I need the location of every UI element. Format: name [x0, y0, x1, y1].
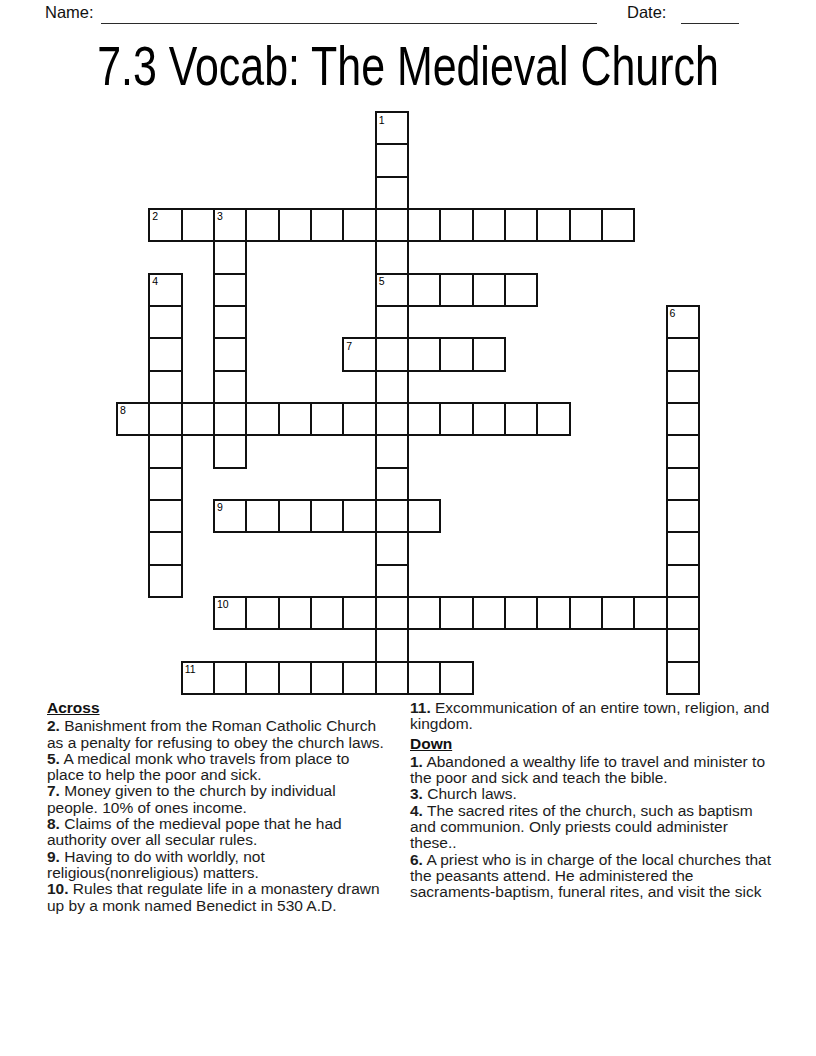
cell-r9c3[interactable]: [213, 402, 247, 436]
cell-r4c8[interactable]: [375, 240, 409, 274]
cell-r5c3[interactable]: [213, 273, 247, 307]
cell-r15c17[interactable]: [666, 596, 700, 630]
cell-r7c3[interactable]: [213, 337, 247, 371]
clue-number-9: 9: [217, 502, 223, 512]
cell-r5c12[interactable]: [504, 273, 538, 307]
page-title: 7.3 Vocab: The Medieval Church: [90, 38, 726, 94]
clue-number-1: 1: [379, 115, 385, 125]
clue-number-4: 4: [152, 276, 158, 286]
date-label: Date:: [627, 3, 666, 22]
clue-across-10: 10. Rules that regulate life in a monast…: [47, 881, 387, 914]
clue-number-10: 10: [217, 599, 229, 609]
cell-r7c11[interactable]: [472, 337, 506, 371]
cell-r9c12[interactable]: [504, 402, 538, 436]
cell-r3c13[interactable]: [536, 208, 570, 242]
cell-r14c8[interactable]: [375, 564, 409, 598]
clue-across-9: 9. Having to do with worldly, not religi…: [47, 849, 387, 882]
cell-r7c1[interactable]: [148, 337, 182, 371]
name-label: Name:: [45, 3, 94, 22]
cell-r12c6[interactable]: [310, 499, 344, 533]
clue-down-4: 4. The sacred rites of the church, such …: [410, 803, 772, 852]
cell-r12c4[interactable]: [245, 499, 279, 533]
name-blank-line[interactable]: [101, 3, 597, 24]
across-heading: Across: [47, 700, 387, 716]
cell-r3c6[interactable]: [310, 208, 344, 242]
cell-r9c11[interactable]: [472, 402, 506, 436]
cell-r4c3[interactable]: [213, 240, 247, 274]
clue-across-9-number: 9.: [47, 848, 60, 865]
cell-r5c10[interactable]: [439, 273, 473, 307]
cell-r13c8[interactable]: [375, 531, 409, 565]
cell-r15c10[interactable]: [439, 596, 473, 630]
cell-r10c3[interactable]: [213, 434, 247, 468]
crossword-grid[interactable]: 1234567891011: [116, 111, 701, 696]
cell-r11c17[interactable]: [666, 467, 700, 501]
cell-r3c12[interactable]: [504, 208, 538, 242]
cell-r9c4[interactable]: [245, 402, 279, 436]
cell-r17c8[interactable]: [375, 661, 409, 695]
clue-across-10-number: 10.: [47, 880, 69, 897]
clue-number-2: 2: [152, 211, 158, 221]
clue-number-6: 6: [670, 308, 676, 318]
cell-r7c8[interactable]: [375, 337, 409, 371]
cell-r12c5[interactable]: [278, 499, 312, 533]
cell-r8c8[interactable]: [375, 370, 409, 404]
cell-r17c17[interactable]: [666, 661, 700, 695]
cell-r16c8[interactable]: [375, 628, 409, 662]
cell-r12c7[interactable]: [342, 499, 376, 533]
cell-r16c17[interactable]: [666, 628, 700, 662]
cell-r15c6[interactable]: [310, 596, 344, 630]
cell-r8c3[interactable]: [213, 370, 247, 404]
cell-r15c16[interactable]: [633, 596, 667, 630]
cell-r9c9[interactable]: [407, 402, 441, 436]
cell-r3c8[interactable]: [375, 208, 409, 242]
cell-r15c12[interactable]: [504, 596, 538, 630]
cell-r1c8[interactable]: [375, 143, 409, 177]
clue-down-6-number: 6.: [410, 851, 423, 868]
clue-down-1: 1. Abandoned a wealthy life to travel an…: [410, 754, 772, 787]
cell-r12c1[interactable]: [148, 499, 182, 533]
cell-r15c11[interactable]: [472, 596, 506, 630]
clue-down-1-number: 1.: [410, 753, 423, 770]
cell-r3c10[interactable]: [439, 208, 473, 242]
cell-r5c9[interactable]: [407, 273, 441, 307]
cell-r17c5[interactable]: [278, 661, 312, 695]
cell-r7c17[interactable]: [666, 337, 700, 371]
clue-number-11: 11: [185, 664, 196, 674]
cell-r14c17[interactable]: [666, 564, 700, 598]
clue-number-7: 7: [346, 341, 352, 351]
clue-across-5: 5. A medical monk who travels from place…: [47, 751, 387, 784]
cell-r7c10[interactable]: [439, 337, 473, 371]
cell-r9c6[interactable]: [310, 402, 344, 436]
cell-r8c1[interactable]: [148, 370, 182, 404]
cell-r17c6[interactable]: [310, 661, 344, 695]
cell-r6c3[interactable]: [213, 305, 247, 339]
cell-r3c14[interactable]: [569, 208, 603, 242]
cell-r15c7[interactable]: [342, 596, 376, 630]
cell-r5c11[interactable]: [472, 273, 506, 307]
cell-r13c1[interactable]: [148, 531, 182, 565]
cell-r7c9[interactable]: [407, 337, 441, 371]
clue-across-7-number: 7.: [47, 782, 60, 799]
cell-r15c9[interactable]: [407, 596, 441, 630]
cell-r14c1[interactable]: [148, 564, 182, 598]
cell-r17c3[interactable]: [213, 661, 247, 695]
cell-r9c7[interactable]: [342, 402, 376, 436]
cell-r10c1[interactable]: [148, 434, 182, 468]
cell-r12c8[interactable]: [375, 499, 409, 533]
cell-r17c4[interactable]: [245, 661, 279, 695]
cell-r3c7[interactable]: [342, 208, 376, 242]
cell-r15c13[interactable]: [536, 596, 570, 630]
cell-r9c1[interactable]: [148, 402, 182, 436]
cell-r17c10[interactable]: [439, 661, 473, 695]
cell-r9c8[interactable]: [375, 402, 409, 436]
cell-r9c17[interactable]: [666, 402, 700, 436]
cell-r6c8[interactable]: [375, 305, 409, 339]
cell-r3c15[interactable]: [601, 208, 635, 242]
clue-number-3: 3: [217, 211, 223, 221]
clue-across-11: 11. Excommunication of an entire town, r…: [410, 700, 772, 733]
clues-left-column: Across2. Banishment from the Roman Catho…: [47, 700, 387, 914]
cell-r15c4[interactable]: [245, 596, 279, 630]
cell-r3c2[interactable]: [181, 208, 215, 242]
cell-r17c7[interactable]: [342, 661, 376, 695]
cell-r15c15[interactable]: [601, 596, 635, 630]
cell-r9c13[interactable]: [536, 402, 570, 436]
cell-r9c5[interactable]: [278, 402, 312, 436]
cell-r15c8[interactable]: [375, 596, 409, 630]
clue-across-7: 7. Money given to the church by individu…: [47, 783, 387, 816]
cell-r2c8[interactable]: [375, 176, 409, 210]
cell-r12c17[interactable]: [666, 499, 700, 533]
clue-down-3-number: 3.: [410, 785, 423, 802]
cell-r3c11[interactable]: [472, 208, 506, 242]
clue-down-4-number: 4.: [410, 802, 423, 819]
cell-r12c9[interactable]: [407, 499, 441, 533]
cell-r3c4[interactable]: [245, 208, 279, 242]
down-heading: Down: [410, 736, 772, 752]
cell-r11c1[interactable]: [148, 467, 182, 501]
clue-down-6: 6. A priest who is in charge of the loca…: [410, 852, 772, 901]
clue-across-5-number: 5.: [47, 750, 60, 767]
clue-across-8: 8. Claims of the medieval pope that he h…: [47, 816, 387, 849]
cell-r15c5[interactable]: [278, 596, 312, 630]
cell-r3c5[interactable]: [278, 208, 312, 242]
clue-number-8: 8: [120, 405, 126, 415]
cell-r13c17[interactable]: [666, 531, 700, 565]
cell-r3c9[interactable]: [407, 208, 441, 242]
cell-r15c14[interactable]: [569, 596, 603, 630]
cell-r6c1[interactable]: [148, 305, 182, 339]
cell-r10c8[interactable]: [375, 434, 409, 468]
date-blank-line[interactable]: [681, 3, 739, 24]
cell-r10c17[interactable]: [666, 434, 700, 468]
clue-across-8-number: 8.: [47, 815, 60, 832]
crossword-worksheet-page: { "game": "crossword", "header": { "name…: [0, 0, 816, 1056]
clues-right-column: 11. Excommunication of an entire town, r…: [410, 700, 772, 901]
clue-across-11-number: 11.: [410, 699, 431, 716]
clue-down-3: 3. Church laws.: [410, 786, 772, 802]
cell-r9c2[interactable]: [181, 402, 215, 436]
cell-r11c8[interactable]: [375, 467, 409, 501]
clue-across-2: 2. Banishment from the Roman Catholic Ch…: [47, 718, 387, 751]
cell-r17c9[interactable]: [407, 661, 441, 695]
cell-r9c10[interactable]: [439, 402, 473, 436]
clue-across-2-number: 2.: [47, 717, 60, 734]
cell-r8c17[interactable]: [666, 370, 700, 404]
clue-number-5: 5: [379, 276, 385, 286]
